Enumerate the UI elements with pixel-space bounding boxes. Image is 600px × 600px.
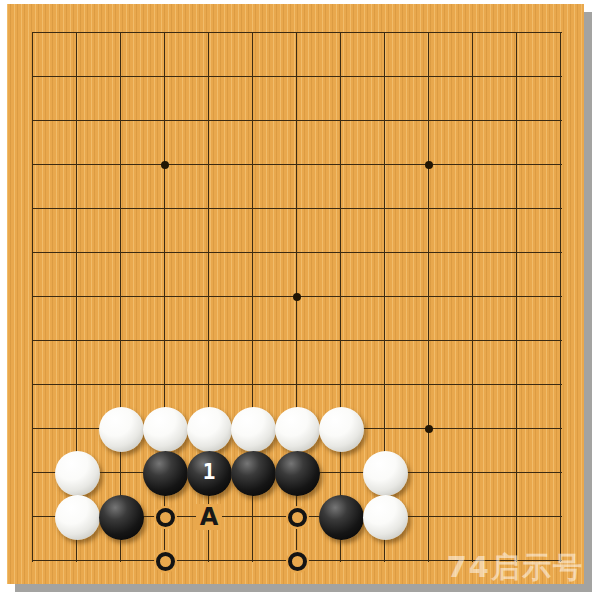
star-point-dot bbox=[425, 425, 433, 433]
black-stone bbox=[319, 495, 363, 539]
white-stone bbox=[319, 407, 363, 451]
black-stone-disc bbox=[231, 451, 276, 496]
circle-marker-icon bbox=[156, 552, 175, 571]
white-stone-disc bbox=[55, 451, 100, 496]
white-stone bbox=[55, 495, 99, 539]
letter-label: A bbox=[187, 495, 231, 539]
star-point-dot bbox=[161, 161, 169, 169]
white-stone bbox=[363, 495, 407, 539]
circle-marker-icon bbox=[288, 552, 307, 571]
white-stone-disc bbox=[275, 407, 320, 452]
black-stone: 1 bbox=[187, 451, 231, 495]
move-number-label: 1 bbox=[203, 462, 216, 483]
white-stone-disc bbox=[363, 495, 408, 540]
circle-marker-icon bbox=[288, 508, 307, 527]
black-stone bbox=[275, 451, 319, 495]
white-stone-disc bbox=[187, 407, 232, 452]
white-stone bbox=[55, 451, 99, 495]
black-stone-disc bbox=[319, 495, 364, 540]
letter-label-text: A bbox=[196, 504, 223, 530]
circle-marker bbox=[275, 539, 319, 583]
white-stone bbox=[143, 407, 187, 451]
black-stone-disc bbox=[143, 451, 188, 496]
white-stone-disc bbox=[319, 407, 364, 452]
white-stone-disc bbox=[363, 451, 408, 496]
white-stone-disc bbox=[99, 407, 144, 452]
black-stone-disc bbox=[275, 451, 320, 496]
star-point bbox=[143, 143, 187, 187]
white-stone bbox=[231, 407, 275, 451]
white-stone-disc bbox=[231, 407, 276, 452]
black-stone-disc: 1 bbox=[187, 451, 232, 496]
watermark-text: 74启示号 bbox=[447, 548, 584, 588]
circle-marker bbox=[143, 539, 187, 583]
board-intersections: A1 bbox=[11, 11, 583, 583]
white-stone-disc bbox=[55, 495, 100, 540]
star-point-dot bbox=[425, 161, 433, 169]
black-stone bbox=[143, 451, 187, 495]
circle-marker bbox=[143, 495, 187, 539]
black-stone bbox=[99, 495, 143, 539]
go-board: A1 bbox=[7, 4, 584, 584]
circle-marker bbox=[275, 495, 319, 539]
star-point bbox=[407, 407, 451, 451]
white-stone bbox=[275, 407, 319, 451]
star-point bbox=[275, 275, 319, 319]
star-point bbox=[407, 143, 451, 187]
circle-marker-icon bbox=[156, 508, 175, 527]
white-stone bbox=[99, 407, 143, 451]
black-stone-disc bbox=[99, 495, 144, 540]
star-point-dot bbox=[293, 293, 301, 301]
screenshot: A1 74启示号 bbox=[0, 0, 600, 600]
white-stone bbox=[363, 451, 407, 495]
white-stone bbox=[187, 407, 231, 451]
white-stone-disc bbox=[143, 407, 188, 452]
black-stone bbox=[231, 451, 275, 495]
